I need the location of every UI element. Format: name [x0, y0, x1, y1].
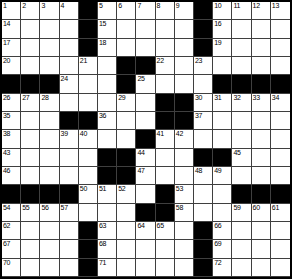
clue-number: 42 [176, 130, 183, 138]
cell-r2c1[interactable] [21, 39, 40, 57]
cell-r3c12[interactable] [232, 57, 251, 75]
black-square-r14c4 [79, 259, 98, 277]
cell-r11c4[interactable] [79, 204, 98, 222]
cell-r7c14[interactable] [271, 130, 290, 148]
cell-r6c7[interactable] [136, 112, 155, 130]
black-square-r8c10 [194, 149, 213, 167]
black-square-r9c6 [117, 167, 136, 185]
clue-number: 46 [3, 167, 10, 175]
black-square-r9c5 [98, 167, 117, 185]
cell-r6c0[interactable]: 35 [2, 112, 21, 130]
cell-r12c1[interactable] [21, 222, 40, 240]
clue-number: 35 [3, 112, 10, 120]
clue-number: 6 [118, 2, 122, 10]
clue-number: 40 [80, 130, 87, 138]
cell-r0c7[interactable]: 7 [136, 2, 155, 20]
cell-r0c2[interactable]: 3 [40, 2, 59, 20]
cell-r4c3[interactable]: 24 [60, 75, 79, 93]
clue-number: 37 [195, 112, 202, 120]
cell-r0c8[interactable]: 8 [156, 2, 175, 20]
cell-r5c2[interactable]: 28 [40, 94, 59, 112]
clue-number: 63 [99, 222, 106, 230]
cell-r12c14[interactable] [271, 222, 290, 240]
cell-r8c4[interactable] [79, 149, 98, 167]
black-square-r13c4 [79, 240, 98, 258]
cell-r2c12[interactable] [232, 39, 251, 57]
clue-number: 59 [233, 204, 240, 212]
cell-r1c0[interactable]: 14 [2, 20, 21, 38]
cell-r8c13[interactable] [252, 149, 271, 167]
clue-number: 17 [3, 39, 10, 47]
cell-r3c13[interactable] [252, 57, 271, 75]
cell-r3c10[interactable]: 23 [194, 57, 213, 75]
black-square-r10c14 [271, 185, 290, 203]
cell-r13c3[interactable] [60, 240, 79, 258]
cell-r2c6[interactable] [117, 39, 136, 57]
clue-number: 71 [99, 259, 106, 267]
cell-r10c10[interactable] [194, 185, 213, 203]
cell-r6c13[interactable] [252, 112, 271, 130]
cell-r12c13[interactable] [252, 222, 271, 240]
cell-r7c11[interactable] [213, 130, 232, 148]
black-square-r12c10 [194, 222, 213, 240]
clue-number: 39 [61, 130, 68, 138]
black-square-r10c13 [252, 185, 271, 203]
cell-r13c13[interactable] [252, 240, 271, 258]
cell-r3c5[interactable] [98, 57, 117, 75]
cell-r5c14[interactable]: 34 [271, 94, 290, 112]
crossword-board: 1234567891011121314151617181920212223242… [0, 0, 292, 279]
cell-r2c11[interactable]: 19 [213, 39, 232, 57]
cell-r6c2[interactable] [40, 112, 59, 130]
cell-r14c8[interactable] [156, 259, 175, 277]
cell-r12c6[interactable] [117, 222, 136, 240]
cell-r14c9[interactable] [175, 259, 194, 277]
clue-number: 26 [3, 94, 10, 102]
cell-r9c8[interactable] [156, 167, 175, 185]
cell-r2c3[interactable] [60, 39, 79, 57]
cell-r7c5[interactable] [98, 130, 117, 148]
cell-r3c4[interactable]: 21 [79, 57, 98, 75]
cell-r0c14[interactable]: 13 [271, 2, 290, 20]
cell-r14c12[interactable] [232, 259, 251, 277]
cell-r10c4[interactable]: 50 [79, 185, 98, 203]
black-square-r0c10 [194, 2, 213, 20]
clue-number: 65 [157, 222, 164, 230]
clue-number: 12 [253, 2, 260, 10]
cell-r5c7[interactable] [136, 94, 155, 112]
cell-r14c0[interactable]: 70 [2, 259, 21, 277]
cell-r2c9[interactable] [175, 39, 194, 57]
black-square-r11c7 [136, 204, 155, 222]
cell-r14c5[interactable]: 71 [98, 259, 117, 277]
clue-number: 19 [214, 39, 221, 47]
clue-number: 4 [61, 2, 65, 10]
cell-r10c5[interactable]: 51 [98, 185, 117, 203]
clue-number: 50 [80, 185, 87, 193]
black-square-r2c10 [194, 39, 213, 57]
cell-r14c6[interactable] [117, 259, 136, 277]
clue-number: 16 [214, 20, 221, 28]
cell-r6c12[interactable] [232, 112, 251, 130]
cell-r10c6[interactable]: 52 [117, 185, 136, 203]
clue-number: 57 [61, 204, 68, 212]
cell-r7c8[interactable]: 41 [156, 130, 175, 148]
cell-r13c0[interactable]: 67 [2, 240, 21, 258]
black-square-r7c7 [136, 130, 155, 148]
clue-number: 61 [272, 204, 279, 212]
clue-number: 33 [253, 94, 260, 102]
cell-r8c14[interactable] [271, 149, 290, 167]
cell-r3c3[interactable] [60, 57, 79, 75]
cell-r10c11[interactable] [213, 185, 232, 203]
cell-r13c7[interactable] [136, 240, 155, 258]
black-square-r1c10 [194, 20, 213, 38]
cell-r13c2[interactable] [40, 240, 59, 258]
clue-number: 13 [272, 2, 279, 10]
cell-r9c7[interactable]: 47 [136, 167, 155, 185]
clue-number: 14 [3, 20, 10, 28]
clue-number: 2 [22, 2, 26, 10]
cell-r5c13[interactable]: 33 [252, 94, 271, 112]
clue-number: 58 [176, 204, 183, 212]
cell-r9c1[interactable] [21, 167, 40, 185]
clue-number: 72 [214, 259, 221, 267]
cell-r13c14[interactable] [271, 240, 290, 258]
cell-r8c1[interactable] [21, 149, 40, 167]
cell-r3c11[interactable] [213, 57, 232, 75]
cell-r13c1[interactable] [21, 240, 40, 258]
cell-r13c6[interactable] [117, 240, 136, 258]
cell-r0c11[interactable]: 10 [213, 2, 232, 20]
cell-r6c6[interactable] [117, 112, 136, 130]
cell-r9c2[interactable] [40, 167, 59, 185]
cell-r5c1[interactable]: 27 [21, 94, 40, 112]
cell-r1c12[interactable] [232, 20, 251, 38]
cell-r7c4[interactable]: 40 [79, 130, 98, 148]
cell-r12c9[interactable] [175, 222, 194, 240]
cell-r3c0[interactable]: 20 [2, 57, 21, 75]
cell-r5c10[interactable]: 30 [194, 94, 213, 112]
cell-r8c2[interactable] [40, 149, 59, 167]
clue-number: 8 [157, 2, 161, 10]
cell-r8c3[interactable] [60, 149, 79, 167]
cell-r9c14[interactable] [271, 167, 290, 185]
black-square-r4c0 [2, 75, 21, 93]
cell-r14c7[interactable] [136, 259, 155, 277]
cell-r12c0[interactable]: 62 [2, 222, 21, 240]
black-square-r0c4 [79, 2, 98, 20]
cell-r9c3[interactable] [60, 167, 79, 185]
clue-number: 15 [99, 20, 106, 28]
black-square-r8c5 [98, 149, 117, 167]
cell-r1c6[interactable] [117, 20, 136, 38]
cell-r5c4[interactable] [79, 94, 98, 112]
cell-r14c1[interactable] [21, 259, 40, 277]
cell-r6c1[interactable] [21, 112, 40, 130]
black-square-r10c0 [2, 185, 21, 203]
black-square-r6c3 [60, 112, 79, 130]
clue-number: 20 [3, 57, 10, 65]
cell-r0c5[interactable]: 5 [98, 2, 117, 20]
cell-r2c7[interactable] [136, 39, 155, 57]
clue-number: 44 [137, 149, 144, 157]
clue-number: 34 [272, 94, 279, 102]
black-square-r4c14 [271, 75, 290, 93]
cell-r2c5[interactable]: 18 [98, 39, 117, 57]
cell-r0c3[interactable]: 4 [60, 2, 79, 20]
cell-r5c5[interactable] [98, 94, 117, 112]
clue-number: 18 [99, 39, 106, 47]
cell-r5c6[interactable]: 29 [117, 94, 136, 112]
clue-number: 1 [3, 2, 7, 10]
clue-number: 62 [3, 222, 10, 230]
cell-r6c5[interactable]: 36 [98, 112, 117, 130]
cell-r11c6[interactable] [117, 204, 136, 222]
clue-number: 10 [214, 2, 221, 10]
cell-r0c1[interactable]: 2 [21, 2, 40, 20]
black-square-r3c6 [117, 57, 136, 75]
cell-r9c9[interactable] [175, 167, 194, 185]
clue-number: 28 [41, 94, 48, 102]
cell-r2c14[interactable] [271, 39, 290, 57]
clue-number: 60 [253, 204, 260, 212]
black-square-r4c2 [40, 75, 59, 93]
cell-r14c2[interactable] [40, 259, 59, 277]
cell-r2c0[interactable]: 17 [2, 39, 21, 57]
cell-r11c2[interactable]: 56 [40, 204, 59, 222]
clue-number: 27 [22, 94, 29, 102]
clue-number: 23 [195, 57, 202, 65]
cell-r9c12[interactable] [232, 167, 251, 185]
cell-r1c7[interactable] [136, 20, 155, 38]
black-square-r6c9 [175, 112, 194, 130]
cell-r11c11[interactable] [213, 204, 232, 222]
clue-number: 49 [214, 167, 221, 175]
cell-r14c3[interactable] [60, 259, 79, 277]
black-square-r3c7 [136, 57, 155, 75]
black-square-r4c11 [213, 75, 232, 93]
clue-number: 41 [157, 130, 164, 138]
clue-number: 64 [137, 222, 144, 230]
black-square-r10c8 [156, 185, 175, 203]
cell-r1c5[interactable]: 15 [98, 20, 117, 38]
cell-r1c11[interactable]: 16 [213, 20, 232, 38]
cell-r0c12[interactable]: 11 [232, 2, 251, 20]
cell-r0c13[interactable]: 12 [252, 2, 271, 20]
cell-r5c11[interactable]: 31 [213, 94, 232, 112]
clue-number: 47 [137, 167, 144, 175]
cell-r12c12[interactable] [232, 222, 251, 240]
clue-number: 56 [41, 204, 48, 212]
cell-r1c8[interactable] [156, 20, 175, 38]
cell-r14c11[interactable]: 72 [213, 259, 232, 277]
cell-r12c7[interactable]: 64 [136, 222, 155, 240]
clue-number: 29 [118, 94, 125, 102]
clue-number: 38 [3, 130, 10, 138]
cell-r3c8[interactable]: 22 [156, 57, 175, 75]
clue-number: 66 [214, 222, 221, 230]
clue-number: 36 [99, 112, 106, 120]
clue-number: 52 [118, 185, 125, 193]
cell-r7c13[interactable] [252, 130, 271, 148]
cell-r8c8[interactable] [156, 149, 175, 167]
cell-r3c14[interactable] [271, 57, 290, 75]
cell-r4c5[interactable] [98, 75, 117, 93]
clue-number: 32 [233, 94, 240, 102]
cell-r11c1[interactable]: 55 [21, 204, 40, 222]
cell-r11c12[interactable]: 59 [232, 204, 251, 222]
black-square-r5c8 [156, 94, 175, 112]
clue-number: 55 [22, 204, 29, 212]
clue-number: 9 [176, 2, 180, 10]
crossword-puzzle: 1234567891011121314151617181920212223242… [0, 0, 292, 279]
cell-r13c5[interactable]: 68 [98, 240, 117, 258]
black-square-r4c6 [117, 75, 136, 93]
cell-r7c10[interactable] [194, 130, 213, 148]
cell-r5c3[interactable] [60, 94, 79, 112]
black-square-r10c2 [40, 185, 59, 203]
cell-r1c1[interactable] [21, 20, 40, 38]
cell-r10c7[interactable] [136, 185, 155, 203]
black-square-r14c10 [194, 259, 213, 277]
black-square-r13c10 [194, 240, 213, 258]
clue-number: 67 [3, 240, 10, 248]
clue-number: 30 [195, 94, 202, 102]
clue-number: 5 [99, 2, 103, 10]
black-square-r11c8 [156, 204, 175, 222]
cell-r1c3[interactable] [60, 20, 79, 38]
cell-r11c14[interactable]: 61 [271, 204, 290, 222]
cell-r8c12[interactable]: 45 [232, 149, 251, 167]
cell-r13c11[interactable]: 69 [213, 240, 232, 258]
cell-r8c9[interactable] [175, 149, 194, 167]
cell-r1c14[interactable] [271, 20, 290, 38]
cell-r14c13[interactable] [252, 259, 271, 277]
cell-r7c1[interactable] [21, 130, 40, 148]
clue-number: 11 [233, 2, 240, 10]
black-square-r10c1 [21, 185, 40, 203]
black-square-r4c12 [232, 75, 251, 93]
clue-number: 3 [41, 2, 45, 10]
cell-r7c3[interactable]: 39 [60, 130, 79, 148]
cell-r1c9[interactable] [175, 20, 194, 38]
cell-r4c4[interactable] [79, 75, 98, 93]
cell-r12c5[interactable]: 63 [98, 222, 117, 240]
cell-r7c0[interactable]: 38 [2, 130, 21, 148]
cell-r13c9[interactable] [175, 240, 194, 258]
clue-number: 51 [99, 185, 106, 193]
cell-r4c8[interactable] [156, 75, 175, 93]
black-square-r10c12 [232, 185, 251, 203]
cell-r13c8[interactable] [156, 240, 175, 258]
black-square-r8c6 [117, 149, 136, 167]
clue-number: 70 [3, 259, 10, 267]
clue-number: 24 [61, 75, 68, 83]
cell-r8c7[interactable]: 44 [136, 149, 155, 167]
cell-r6c11[interactable] [213, 112, 232, 130]
cell-r3c2[interactable] [40, 57, 59, 75]
cell-r12c11[interactable]: 66 [213, 222, 232, 240]
black-square-r4c13 [252, 75, 271, 93]
cell-r2c13[interactable] [252, 39, 271, 57]
clue-number: 48 [195, 167, 202, 175]
cell-r4c10[interactable] [194, 75, 213, 93]
black-square-r6c8 [156, 112, 175, 130]
cell-r8c0[interactable]: 43 [2, 149, 21, 167]
cell-r3c1[interactable] [21, 57, 40, 75]
clue-number: 68 [99, 240, 106, 248]
cell-r2c2[interactable] [40, 39, 59, 57]
cell-r11c5[interactable] [98, 204, 117, 222]
cell-r11c10[interactable] [194, 204, 213, 222]
cell-r4c9[interactable] [175, 75, 194, 93]
clue-number: 43 [3, 149, 10, 157]
clue-number: 21 [80, 57, 87, 65]
black-square-r2c4 [79, 39, 98, 57]
black-square-r6c4 [79, 112, 98, 130]
black-square-r8c11 [213, 149, 232, 167]
clue-number: 7 [137, 2, 141, 10]
cell-r12c8[interactable]: 65 [156, 222, 175, 240]
cell-r10c9[interactable]: 53 [175, 185, 194, 203]
cell-r5c0[interactable]: 26 [2, 94, 21, 112]
cell-r1c13[interactable] [252, 20, 271, 38]
cell-r9c4[interactable] [79, 167, 98, 185]
clue-number: 22 [157, 57, 164, 65]
cell-r6c10[interactable]: 37 [194, 112, 213, 130]
cell-r9c11[interactable]: 49 [213, 167, 232, 185]
black-square-r4c1 [21, 75, 40, 93]
black-square-r1c4 [79, 20, 98, 38]
cell-r11c13[interactable]: 60 [252, 204, 271, 222]
black-square-r5c9 [175, 94, 194, 112]
cell-r12c3[interactable] [60, 222, 79, 240]
cell-r9c10[interactable]: 48 [194, 167, 213, 185]
cell-r0c9[interactable]: 9 [175, 2, 194, 20]
cell-r7c9[interactable]: 42 [175, 130, 194, 148]
cell-r9c13[interactable] [252, 167, 271, 185]
cell-r9c0[interactable]: 46 [2, 167, 21, 185]
cell-r14c14[interactable] [271, 259, 290, 277]
black-square-r12c4 [79, 222, 98, 240]
cell-r13c12[interactable] [232, 240, 251, 258]
cell-r3c9[interactable] [175, 57, 194, 75]
cell-r7c12[interactable] [232, 130, 251, 148]
clue-number: 31 [214, 94, 221, 102]
clue-number: 45 [233, 149, 240, 157]
cell-r11c9[interactable]: 58 [175, 204, 194, 222]
cell-r5c12[interactable]: 32 [232, 94, 251, 112]
black-square-r10c3 [60, 185, 79, 203]
cell-r6c14[interactable] [271, 112, 290, 130]
cell-r2c8[interactable] [156, 39, 175, 57]
cell-r7c2[interactable] [40, 130, 59, 148]
cell-r7c6[interactable] [117, 130, 136, 148]
cell-r0c0[interactable]: 1 [2, 2, 21, 20]
cell-r11c0[interactable]: 54 [2, 204, 21, 222]
clue-number: 53 [176, 185, 183, 193]
clue-number: 69 [214, 240, 221, 248]
cell-r1c2[interactable] [40, 20, 59, 38]
clue-number: 25 [137, 75, 144, 83]
cell-r0c6[interactable]: 6 [117, 2, 136, 20]
cell-r4c7[interactable]: 25 [136, 75, 155, 93]
cell-r12c2[interactable] [40, 222, 59, 240]
cell-r11c3[interactable]: 57 [60, 204, 79, 222]
clue-number: 54 [3, 204, 10, 212]
